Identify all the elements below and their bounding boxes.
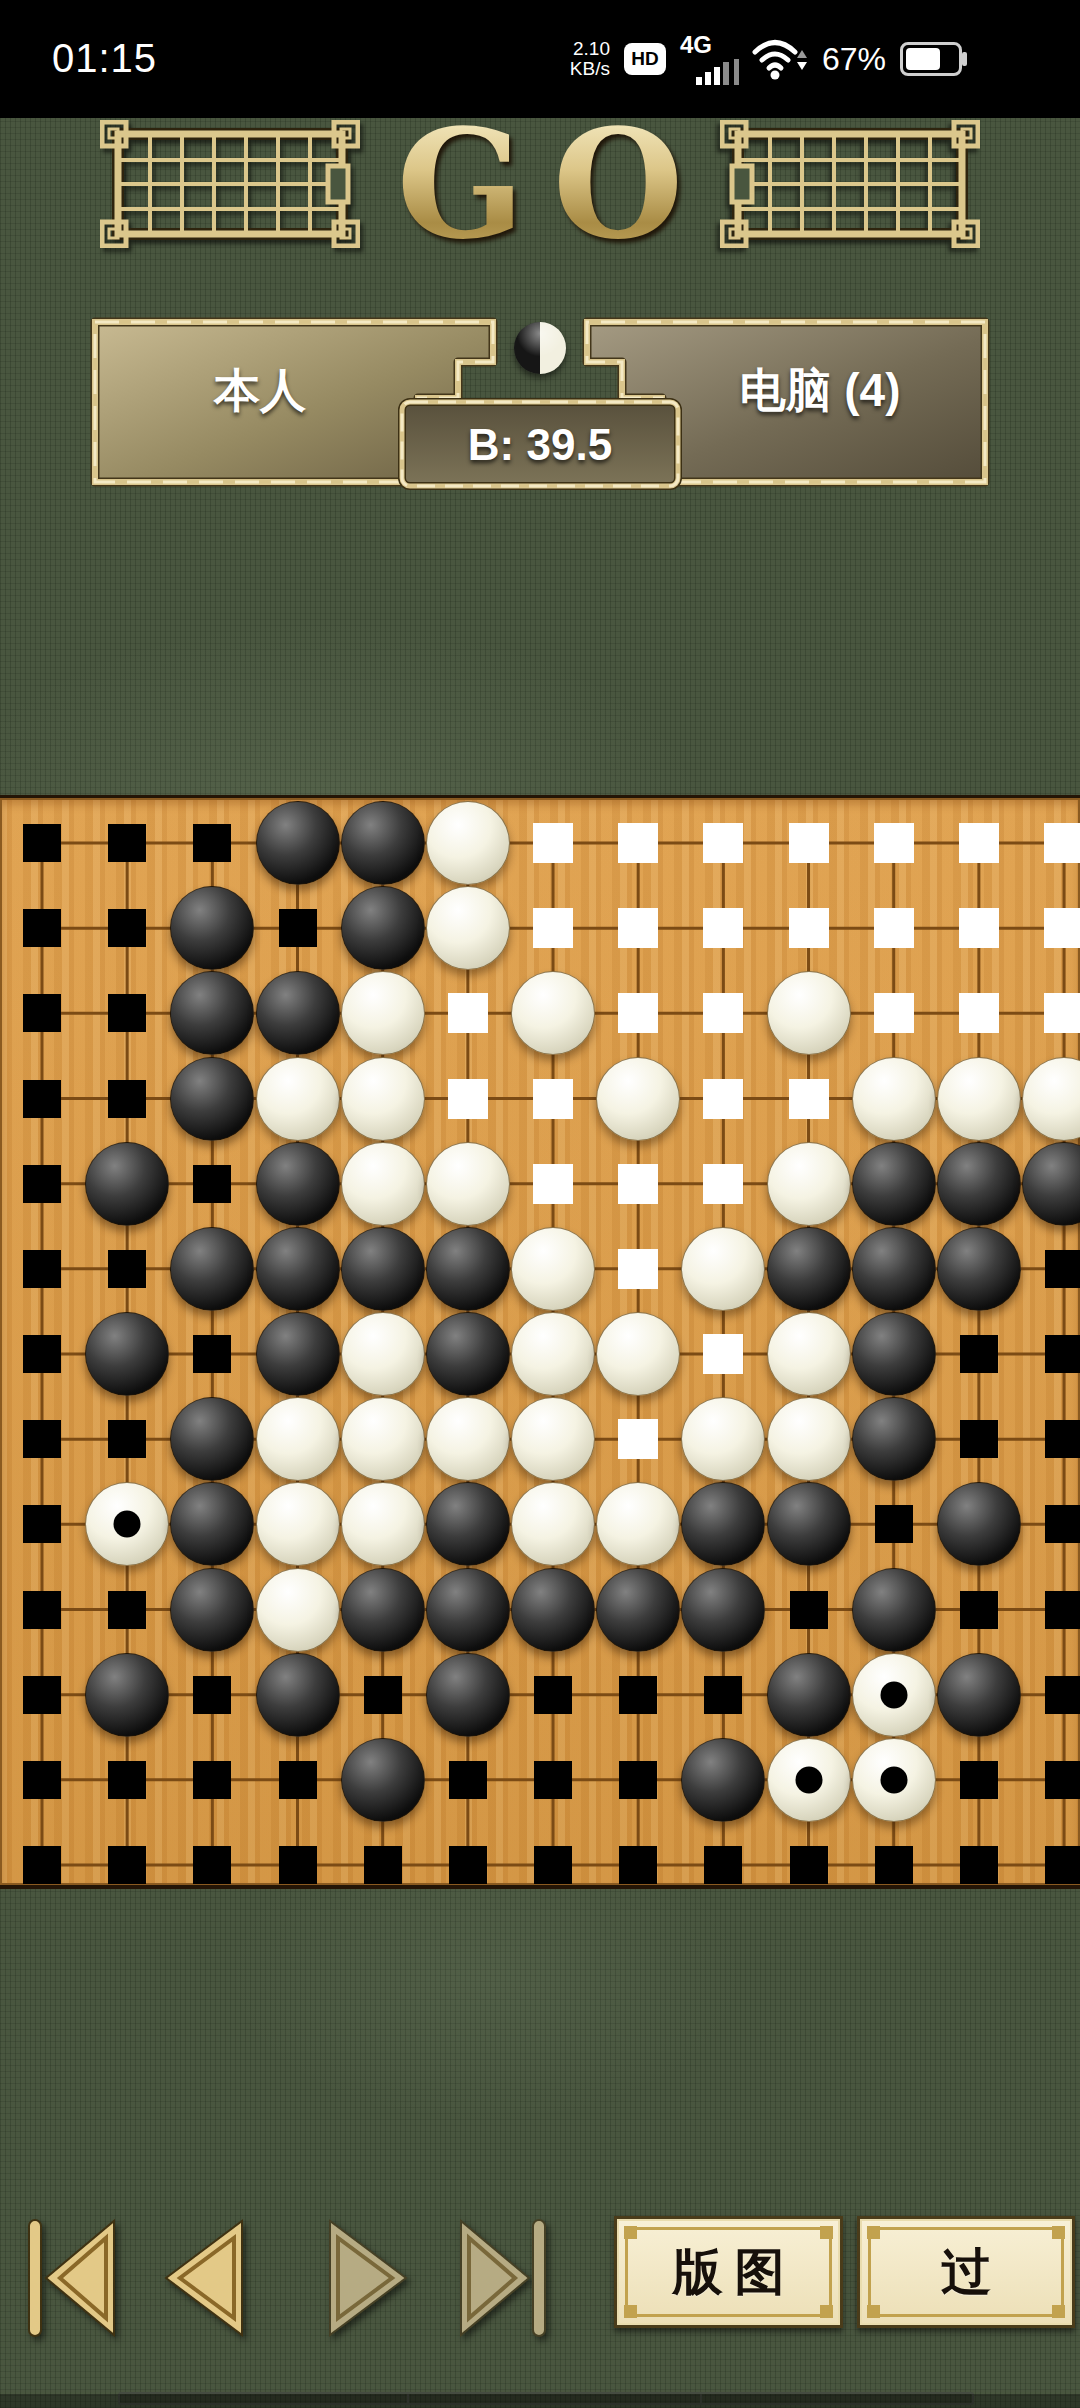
black-stone[interactable] xyxy=(511,1568,595,1652)
cellular-signal-icon: 4G xyxy=(680,33,738,85)
white-territory-marker[interactable] xyxy=(1044,823,1080,863)
black-territory-marker[interactable] xyxy=(1045,1591,1080,1629)
white-stone[interactable] xyxy=(426,1142,510,1226)
pass-button-label: 过 xyxy=(929,2239,1003,2306)
white-territory-marker[interactable] xyxy=(703,1079,743,1119)
black-territory-marker[interactable] xyxy=(193,1676,231,1714)
black-territory-marker[interactable] xyxy=(534,1846,572,1884)
black-territory-marker[interactable] xyxy=(1045,1420,1080,1458)
black-territory-marker[interactable] xyxy=(279,1761,317,1799)
white-territory-marker[interactable] xyxy=(703,1334,743,1374)
title-ornament-right xyxy=(720,120,980,248)
black-stone[interactable] xyxy=(852,1142,936,1226)
dead-white-stone[interactable] xyxy=(852,1653,936,1737)
black-territory-marker[interactable] xyxy=(1045,1505,1080,1543)
black-stone[interactable] xyxy=(426,1227,510,1311)
black-territory-marker[interactable] xyxy=(790,1846,828,1884)
wifi-icon xyxy=(752,36,808,82)
black-stone[interactable] xyxy=(681,1568,765,1652)
white-territory-marker[interactable] xyxy=(533,1164,573,1204)
black-territory-marker[interactable] xyxy=(108,1250,146,1288)
white-territory-marker[interactable] xyxy=(618,993,658,1033)
black-territory-marker[interactable] xyxy=(704,1846,742,1884)
white-stone[interactable] xyxy=(596,1482,680,1566)
battery-percent: 67% xyxy=(822,41,886,78)
black-territory-marker[interactable] xyxy=(23,1591,61,1629)
black-territory-marker[interactable] xyxy=(875,1846,913,1884)
black-territory-marker[interactable] xyxy=(193,1761,231,1799)
white-territory-marker[interactable] xyxy=(789,823,829,863)
white-stone[interactable] xyxy=(426,801,510,885)
white-stone[interactable] xyxy=(681,1227,765,1311)
black-territory-marker[interactable] xyxy=(790,1591,828,1629)
black-territory-marker[interactable] xyxy=(1045,1761,1080,1799)
white-territory-marker[interactable] xyxy=(874,908,914,948)
white-territory-marker[interactable] xyxy=(533,1079,573,1119)
black-stone[interactable] xyxy=(341,1568,425,1652)
black-stone[interactable] xyxy=(681,1482,765,1566)
clock: 01:15 xyxy=(52,36,157,81)
territory-button[interactable]: 版图 xyxy=(614,2216,843,2328)
black-territory-marker[interactable] xyxy=(23,1505,61,1543)
white-stone[interactable] xyxy=(511,1312,595,1396)
black-stone[interactable] xyxy=(170,886,254,970)
white-territory-marker[interactable] xyxy=(1044,993,1080,1033)
white-territory-marker[interactable] xyxy=(618,1419,658,1459)
network-speed: 2.10 KB/s xyxy=(570,39,610,79)
black-territory-marker[interactable] xyxy=(534,1676,572,1714)
black-territory-marker[interactable] xyxy=(364,1846,402,1884)
black-territory-marker[interactable] xyxy=(193,824,231,862)
black-stone[interactable] xyxy=(341,801,425,885)
black-stone[interactable] xyxy=(767,1482,851,1566)
white-stone[interactable] xyxy=(341,971,425,1055)
next-move-button[interactable] xyxy=(324,2216,414,2340)
black-territory-marker[interactable] xyxy=(364,1676,402,1714)
black-stone[interactable] xyxy=(937,1142,1021,1226)
white-territory-marker[interactable] xyxy=(618,1164,658,1204)
dead-white-stone[interactable] xyxy=(85,1482,169,1566)
white-stone[interactable] xyxy=(767,1312,851,1396)
white-stone[interactable] xyxy=(341,1312,425,1396)
black-territory-marker[interactable] xyxy=(108,1080,146,1118)
white-stone[interactable] xyxy=(341,1057,425,1141)
black-territory-marker[interactable] xyxy=(449,1846,487,1884)
white-stone[interactable] xyxy=(341,1397,425,1481)
black-territory-marker[interactable] xyxy=(23,1165,61,1203)
white-territory-marker[interactable] xyxy=(959,993,999,1033)
white-territory-marker[interactable] xyxy=(874,993,914,1033)
black-stone[interactable] xyxy=(426,1312,510,1396)
black-territory-marker[interactable] xyxy=(23,1846,61,1884)
white-territory-marker[interactable] xyxy=(448,993,488,1033)
black-territory-marker[interactable] xyxy=(23,994,61,1032)
battery-icon xyxy=(900,42,962,76)
go-board[interactable] xyxy=(0,795,1080,1889)
black-stone[interactable] xyxy=(256,1653,340,1737)
white-stone[interactable] xyxy=(681,1397,765,1481)
black-stone[interactable] xyxy=(341,886,425,970)
last-move-button[interactable] xyxy=(458,2216,548,2340)
black-territory-marker[interactable] xyxy=(1045,1335,1080,1373)
black-stone[interactable] xyxy=(937,1482,1021,1566)
black-territory-marker[interactable] xyxy=(23,824,61,862)
white-territory-marker[interactable] xyxy=(618,908,658,948)
white-stone[interactable] xyxy=(256,1397,340,1481)
white-stone[interactable] xyxy=(511,971,595,1055)
black-stone[interactable] xyxy=(85,1653,169,1737)
black-stone[interactable] xyxy=(852,1397,936,1481)
white-territory-marker[interactable] xyxy=(874,823,914,863)
black-territory-marker[interactable] xyxy=(960,1761,998,1799)
white-territory-marker[interactable] xyxy=(959,823,999,863)
white-stone[interactable] xyxy=(511,1227,595,1311)
app-screen: 01:15 2.10 KB/s HD 4G xyxy=(0,0,1080,2408)
white-stone[interactable] xyxy=(767,1397,851,1481)
pass-button[interactable]: 过 xyxy=(857,2216,1075,2328)
bottom-edge-shade xyxy=(0,2394,1080,2408)
white-territory-marker[interactable] xyxy=(533,823,573,863)
white-stone[interactable] xyxy=(596,1312,680,1396)
black-stone[interactable] xyxy=(256,801,340,885)
white-stone[interactable] xyxy=(426,886,510,970)
black-territory-marker[interactable] xyxy=(108,1846,146,1884)
previous-move-button[interactable] xyxy=(158,2216,248,2340)
black-territory-marker[interactable] xyxy=(23,1761,61,1799)
white-stone[interactable] xyxy=(341,1482,425,1566)
black-territory-marker[interactable] xyxy=(960,1846,998,1884)
black-territory-marker[interactable] xyxy=(108,1591,146,1629)
score-value: B: 39.5 xyxy=(400,420,680,470)
black-territory-marker[interactable] xyxy=(279,909,317,947)
white-stone[interactable] xyxy=(511,1397,595,1481)
black-stone[interactable] xyxy=(170,1057,254,1141)
black-territory-marker[interactable] xyxy=(23,1676,61,1714)
black-territory-marker[interactable] xyxy=(619,1846,657,1884)
black-territory-marker[interactable] xyxy=(619,1761,657,1799)
black-stone[interactable] xyxy=(426,1568,510,1652)
black-stone[interactable] xyxy=(170,1482,254,1566)
black-stone[interactable] xyxy=(596,1568,680,1652)
black-territory-marker[interactable] xyxy=(23,1250,61,1288)
black-territory-marker[interactable] xyxy=(108,824,146,862)
dead-white-stone[interactable] xyxy=(767,1738,851,1822)
white-stone[interactable] xyxy=(511,1482,595,1566)
black-territory-marker[interactable] xyxy=(279,1846,317,1884)
black-territory-marker[interactable] xyxy=(1045,1250,1080,1288)
black-stone[interactable] xyxy=(426,1482,510,1566)
black-territory-marker[interactable] xyxy=(1045,1846,1080,1884)
white-territory-marker[interactable] xyxy=(618,1249,658,1289)
black-territory-marker[interactable] xyxy=(23,1335,61,1373)
player-black-name: 本人 xyxy=(95,360,425,422)
network-speed-value: 2.10 xyxy=(573,39,610,59)
white-stone[interactable] xyxy=(767,1142,851,1226)
black-territory-marker[interactable] xyxy=(534,1761,572,1799)
white-territory-marker[interactable] xyxy=(703,908,743,948)
dead-white-stone[interactable] xyxy=(852,1738,936,1822)
white-stone[interactable] xyxy=(256,1057,340,1141)
white-stone[interactable] xyxy=(426,1397,510,1481)
white-stone[interactable] xyxy=(767,971,851,1055)
white-territory-marker[interactable] xyxy=(448,1079,488,1119)
black-stone[interactable] xyxy=(85,1312,169,1396)
black-territory-marker[interactable] xyxy=(193,1165,231,1203)
black-stone[interactable] xyxy=(85,1142,169,1226)
black-stone[interactable] xyxy=(681,1738,765,1822)
white-territory-marker[interactable] xyxy=(789,908,829,948)
black-territory-marker[interactable] xyxy=(875,1505,913,1543)
white-territory-marker[interactable] xyxy=(533,908,573,948)
black-territory-marker[interactable] xyxy=(960,1335,998,1373)
black-territory-marker[interactable] xyxy=(449,1761,487,1799)
white-stone[interactable] xyxy=(341,1142,425,1226)
player-white-name: 电脑 (4) xyxy=(655,360,985,422)
hd-icon: HD xyxy=(624,43,666,75)
black-territory-marker[interactable] xyxy=(960,1591,998,1629)
territory-button-label: 版图 xyxy=(661,2239,797,2306)
black-territory-marker[interactable] xyxy=(108,1761,146,1799)
black-stone[interactable] xyxy=(170,1568,254,1652)
white-territory-marker[interactable] xyxy=(618,823,658,863)
black-territory-marker[interactable] xyxy=(23,1420,61,1458)
white-stone[interactable] xyxy=(596,1057,680,1141)
black-territory-marker[interactable] xyxy=(108,1420,146,1458)
first-move-button[interactable] xyxy=(26,2216,116,2340)
white-stone[interactable] xyxy=(937,1057,1021,1141)
black-stone[interactable] xyxy=(937,1227,1021,1311)
white-territory-marker[interactable] xyxy=(703,1164,743,1204)
black-stone[interactable] xyxy=(256,971,340,1055)
white-stone[interactable] xyxy=(256,1568,340,1652)
white-territory-marker[interactable] xyxy=(959,908,999,948)
black-stone[interactable] xyxy=(256,1142,340,1226)
black-stone[interactable] xyxy=(852,1568,936,1652)
black-stone[interactable] xyxy=(170,1227,254,1311)
black-stone[interactable] xyxy=(852,1312,936,1396)
black-territory-marker[interactable] xyxy=(108,994,146,1032)
black-stone[interactable] xyxy=(937,1653,1021,1737)
black-stone[interactable] xyxy=(256,1312,340,1396)
black-stone[interactable] xyxy=(767,1227,851,1311)
black-stone[interactable] xyxy=(852,1227,936,1311)
black-territory-marker[interactable] xyxy=(108,909,146,947)
black-territory-marker[interactable] xyxy=(960,1420,998,1458)
black-territory-marker[interactable] xyxy=(193,1846,231,1884)
white-territory-marker[interactable] xyxy=(703,993,743,1033)
white-territory-marker[interactable] xyxy=(703,823,743,863)
black-stone[interactable] xyxy=(170,971,254,1055)
black-territory-marker[interactable] xyxy=(193,1335,231,1373)
black-stone[interactable] xyxy=(767,1653,851,1737)
black-stone[interactable] xyxy=(341,1738,425,1822)
white-territory-marker[interactable] xyxy=(1044,908,1080,948)
black-stone[interactable] xyxy=(256,1227,340,1311)
signal-bars-icon xyxy=(696,59,740,85)
black-territory-marker[interactable] xyxy=(619,1676,657,1714)
black-stone[interactable] xyxy=(341,1227,425,1311)
white-territory-marker[interactable] xyxy=(789,1079,829,1119)
black-stone[interactable] xyxy=(170,1397,254,1481)
black-territory-marker[interactable] xyxy=(704,1676,742,1714)
black-territory-marker[interactable] xyxy=(23,1080,61,1118)
white-stone[interactable] xyxy=(256,1482,340,1566)
white-stone[interactable] xyxy=(852,1057,936,1141)
black-stone[interactable] xyxy=(426,1653,510,1737)
turn-indicator-stone-icon xyxy=(514,322,566,374)
black-territory-marker[interactable] xyxy=(1045,1676,1080,1714)
black-territory-marker[interactable] xyxy=(23,909,61,947)
network-speed-unit: KB/s xyxy=(570,59,610,79)
